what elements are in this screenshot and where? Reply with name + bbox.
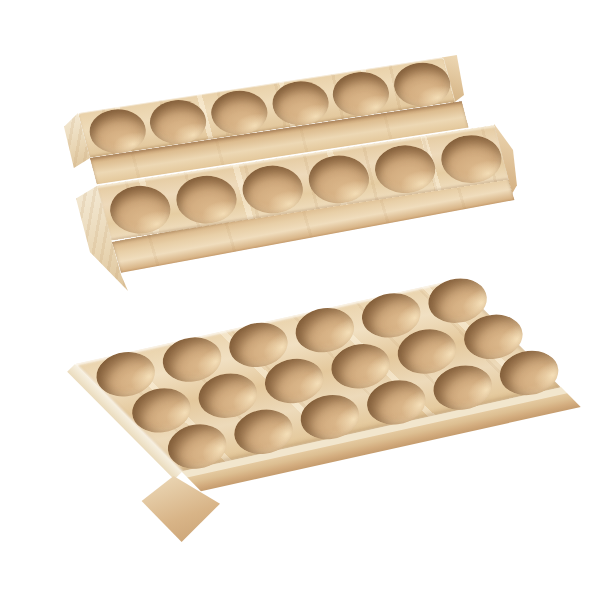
pit-hole: [435, 130, 508, 188]
pit: [232, 157, 313, 222]
pit-hole: [267, 77, 335, 130]
pit-hole: [421, 356, 504, 418]
pit: [208, 320, 310, 371]
pit: [146, 421, 248, 472]
top-rack-upper-pit-row: [78, 56, 462, 160]
pit-hole: [84, 105, 152, 158]
pit-hole: [103, 181, 176, 239]
pit-hole: [319, 335, 402, 397]
top-rack-right-end-face-lower: [492, 122, 520, 204]
pit-hole: [222, 400, 305, 462]
pit-hole: [85, 344, 168, 406]
pit: [177, 370, 279, 421]
pit: [110, 385, 212, 436]
pit: [142, 95, 215, 149]
pit: [411, 362, 513, 413]
pit-hole: [217, 314, 300, 376]
pit-hole: [236, 161, 309, 219]
bottom-tray-pit-grid: [75, 280, 561, 472]
pit-hole: [206, 86, 274, 139]
top-rack-front-face: [112, 169, 514, 273]
pit-hole: [253, 350, 336, 412]
pit-hole: [302, 151, 375, 209]
bottom-tray-front-edge-face: [181, 387, 581, 491]
pit-hole: [355, 371, 438, 433]
pit: [310, 341, 412, 392]
pit-hole: [417, 270, 500, 332]
pit-hole: [386, 320, 469, 382]
pit: [264, 76, 337, 130]
top-rack-left-end-face-lower: [76, 186, 128, 291]
pit: [99, 178, 180, 243]
pit: [279, 392, 381, 443]
pit: [141, 335, 243, 386]
pit-hole: [120, 379, 203, 441]
pit-hole: [389, 58, 457, 111]
pit: [478, 347, 580, 398]
pit: [325, 67, 398, 121]
product-photo: [0, 0, 600, 600]
pit: [298, 147, 379, 212]
top-rack-lower-tier-surface: [97, 125, 509, 240]
pit: [243, 356, 345, 407]
pit-hole: [350, 285, 433, 347]
top-rack-left-end-face-upper: [64, 113, 90, 168]
pit-hole: [328, 67, 396, 120]
pit-hole: [288, 386, 371, 448]
bottom-tray-corner-edge-face: [140, 476, 220, 542]
top-rack-upper-tier-surface: [78, 57, 455, 158]
pit: [376, 326, 478, 377]
pit-hole: [170, 171, 243, 229]
pit: [442, 312, 544, 363]
pit-hole: [156, 415, 239, 477]
pit-hole: [186, 365, 269, 427]
pit: [364, 137, 445, 202]
pit: [75, 349, 177, 400]
top-rack: [0, 0, 600, 600]
pit: [212, 406, 314, 457]
pit: [431, 127, 512, 192]
pit-hole: [284, 299, 367, 361]
pit: [274, 305, 376, 356]
pit: [81, 104, 154, 158]
top-rack-step-riser: [90, 101, 469, 184]
pit-hole: [145, 95, 213, 148]
pit: [203, 86, 276, 140]
pit-hole: [151, 329, 234, 391]
top-rack-right-end-face-upper: [440, 55, 464, 105]
pit: [166, 167, 247, 232]
bottom-tray-surface: [75, 280, 561, 472]
bottom-tray-left-edge-face: [67, 364, 182, 480]
pit-hole: [487, 342, 570, 404]
pit-hole: [368, 141, 441, 199]
pit: [341, 290, 443, 341]
top-rack-lower-pit-row: [97, 124, 517, 248]
bottom-tray: [0, 0, 600, 600]
pit: [386, 58, 459, 112]
pit: [407, 276, 509, 327]
pit: [345, 377, 447, 428]
pit-hole: [452, 306, 535, 368]
